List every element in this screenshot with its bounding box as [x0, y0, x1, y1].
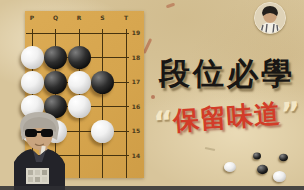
grid-hline-19 [26, 33, 129, 34]
white-stone-P17[interactable] [21, 71, 44, 94]
col-label-T: T [121, 14, 131, 22]
decor-black-stone [257, 164, 268, 173]
paper-stain [166, 3, 175, 9]
subtitle-keyword: 保留味道 [172, 98, 282, 135]
headline-text: 段位必學 [150, 53, 304, 95]
col-label-Q: Q [51, 14, 61, 22]
channel-avatar[interactable] [254, 2, 286, 34]
black-stone-Q18[interactable] [44, 46, 67, 69]
black-stone-R18[interactable] [68, 46, 91, 69]
row-label-19: 19 [130, 29, 142, 37]
decor-black-stone [279, 153, 288, 161]
subtitle-text: “保留味道” [147, 95, 304, 141]
bottom-bar [0, 186, 304, 190]
decor-white-stone [273, 170, 286, 181]
paper-stain [143, 38, 152, 54]
presenter-photo [13, 110, 66, 190]
white-stone-R17[interactable] [68, 71, 91, 94]
white-stone-R16[interactable] [68, 95, 91, 118]
open-quote: “ [152, 104, 174, 140]
white-stone-S15[interactable] [91, 120, 114, 143]
row-label-14: 14 [130, 152, 142, 160]
row-label-18: 18 [130, 54, 142, 62]
col-label-S: S [98, 14, 108, 22]
decor-black-stone [253, 153, 261, 160]
black-stone-S17[interactable] [91, 71, 114, 94]
col-label-R: R [74, 14, 84, 22]
black-stone-Q17[interactable] [44, 71, 67, 94]
close-quote: ” [280, 95, 302, 131]
paper-stain [151, 95, 155, 99]
video-thumbnail: PQRST191817161514 段位必學 “保留味道” [0, 0, 304, 190]
col-label-P: P [27, 14, 37, 22]
paper-stain [205, 147, 215, 151]
chest-badge [26, 168, 49, 184]
row-label-16: 16 [130, 103, 142, 111]
decor-white-stone [224, 162, 236, 172]
row-label-15: 15 [130, 127, 142, 135]
row-label-17: 17 [130, 78, 142, 86]
white-stone-P18[interactable] [21, 46, 44, 69]
